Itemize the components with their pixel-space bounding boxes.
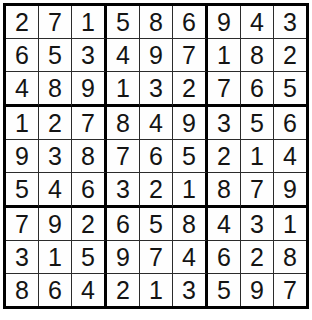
cell-r4c1[interactable]: 1 [6,107,39,140]
cell-r3c6[interactable]: 2 [173,72,208,107]
cell-r9c6[interactable]: 3 [173,274,208,306]
cell-r6c8[interactable]: 7 [241,173,274,208]
cell-r4c7[interactable]: 3 [208,107,241,140]
cell-r5c7[interactable]: 2 [208,140,241,173]
cell-r7c4[interactable]: 6 [107,208,140,241]
cell-r9c5[interactable]: 1 [140,274,173,306]
cell-r8c1[interactable]: 3 [6,241,39,274]
sudoku-page: 2715869436534971824891327651278493569387… [0,0,312,309]
cell-r6c7[interactable]: 8 [208,173,241,208]
cell-r9c7[interactable]: 5 [208,274,241,306]
cell-r6c4[interactable]: 3 [107,173,140,208]
cell-r8c7[interactable]: 6 [208,241,241,274]
cell-r4c2[interactable]: 2 [39,107,72,140]
cell-r3c1[interactable]: 4 [6,72,39,107]
cell-r4c9[interactable]: 6 [274,107,306,140]
cell-r2c9[interactable]: 2 [274,39,306,72]
cell-r1c2[interactable]: 7 [39,6,72,39]
cell-r8c4[interactable]: 9 [107,241,140,274]
cell-r8c9[interactable]: 8 [274,241,306,274]
cell-r6c3[interactable]: 6 [72,173,107,208]
cell-r5c9[interactable]: 4 [274,140,306,173]
cell-r4c4[interactable]: 8 [107,107,140,140]
cell-r3c4[interactable]: 1 [107,72,140,107]
cell-r3c5[interactable]: 3 [140,72,173,107]
cell-r7c5[interactable]: 5 [140,208,173,241]
cell-r7c2[interactable]: 9 [39,208,72,241]
cell-r3c7[interactable]: 7 [208,72,241,107]
cell-r6c9[interactable]: 9 [274,173,306,208]
cell-r2c5[interactable]: 9 [140,39,173,72]
cell-r8c6[interactable]: 4 [173,241,208,274]
cell-r9c2[interactable]: 6 [39,274,72,306]
cell-r5c2[interactable]: 3 [39,140,72,173]
cell-r2c4[interactable]: 4 [107,39,140,72]
cell-r7c8[interactable]: 3 [241,208,274,241]
cell-r2c3[interactable]: 3 [72,39,107,72]
cell-r7c9[interactable]: 1 [274,208,306,241]
cell-r7c3[interactable]: 2 [72,208,107,241]
cell-r1c5[interactable]: 8 [140,6,173,39]
cell-r7c6[interactable]: 8 [173,208,208,241]
cell-r6c2[interactable]: 4 [39,173,72,208]
cell-r1c9[interactable]: 3 [274,6,306,39]
cell-r3c3[interactable]: 9 [72,72,107,107]
cell-r1c7[interactable]: 9 [208,6,241,39]
cell-r9c3[interactable]: 4 [72,274,107,306]
cell-r2c8[interactable]: 8 [241,39,274,72]
cell-r4c3[interactable]: 7 [72,107,107,140]
cell-r2c2[interactable]: 5 [39,39,72,72]
cell-r1c1[interactable]: 2 [6,6,39,39]
cell-r8c3[interactable]: 5 [72,241,107,274]
cell-r1c4[interactable]: 5 [107,6,140,39]
cell-r7c7[interactable]: 4 [208,208,241,241]
cell-r2c1[interactable]: 6 [6,39,39,72]
cell-r6c6[interactable]: 1 [173,173,208,208]
cell-r3c2[interactable]: 8 [39,72,72,107]
cell-r7c1[interactable]: 7 [6,208,39,241]
cell-r5c1[interactable]: 9 [6,140,39,173]
cell-r9c4[interactable]: 2 [107,274,140,306]
cell-r5c3[interactable]: 8 [72,140,107,173]
cell-r8c2[interactable]: 1 [39,241,72,274]
cell-r9c1[interactable]: 8 [6,274,39,306]
cell-r8c8[interactable]: 2 [241,241,274,274]
cell-r6c5[interactable]: 2 [140,173,173,208]
cell-r6c1[interactable]: 5 [6,173,39,208]
cell-r4c6[interactable]: 9 [173,107,208,140]
cell-r9c9[interactable]: 7 [274,274,306,306]
cell-r8c5[interactable]: 7 [140,241,173,274]
cell-r5c8[interactable]: 1 [241,140,274,173]
cell-r1c6[interactable]: 6 [173,6,208,39]
cell-r2c7[interactable]: 1 [208,39,241,72]
sudoku-board: 2715869436534971824891327651278493569387… [3,3,309,309]
cell-r1c3[interactable]: 1 [72,6,107,39]
cell-r1c8[interactable]: 4 [241,6,274,39]
cell-r4c8[interactable]: 5 [241,107,274,140]
cell-r2c6[interactable]: 7 [173,39,208,72]
cell-r3c8[interactable]: 6 [241,72,274,107]
cell-r5c6[interactable]: 5 [173,140,208,173]
cell-r5c4[interactable]: 7 [107,140,140,173]
cell-r9c8[interactable]: 9 [241,274,274,306]
cell-r3c9[interactable]: 5 [274,72,306,107]
cell-r5c5[interactable]: 6 [140,140,173,173]
cell-r4c5[interactable]: 4 [140,107,173,140]
